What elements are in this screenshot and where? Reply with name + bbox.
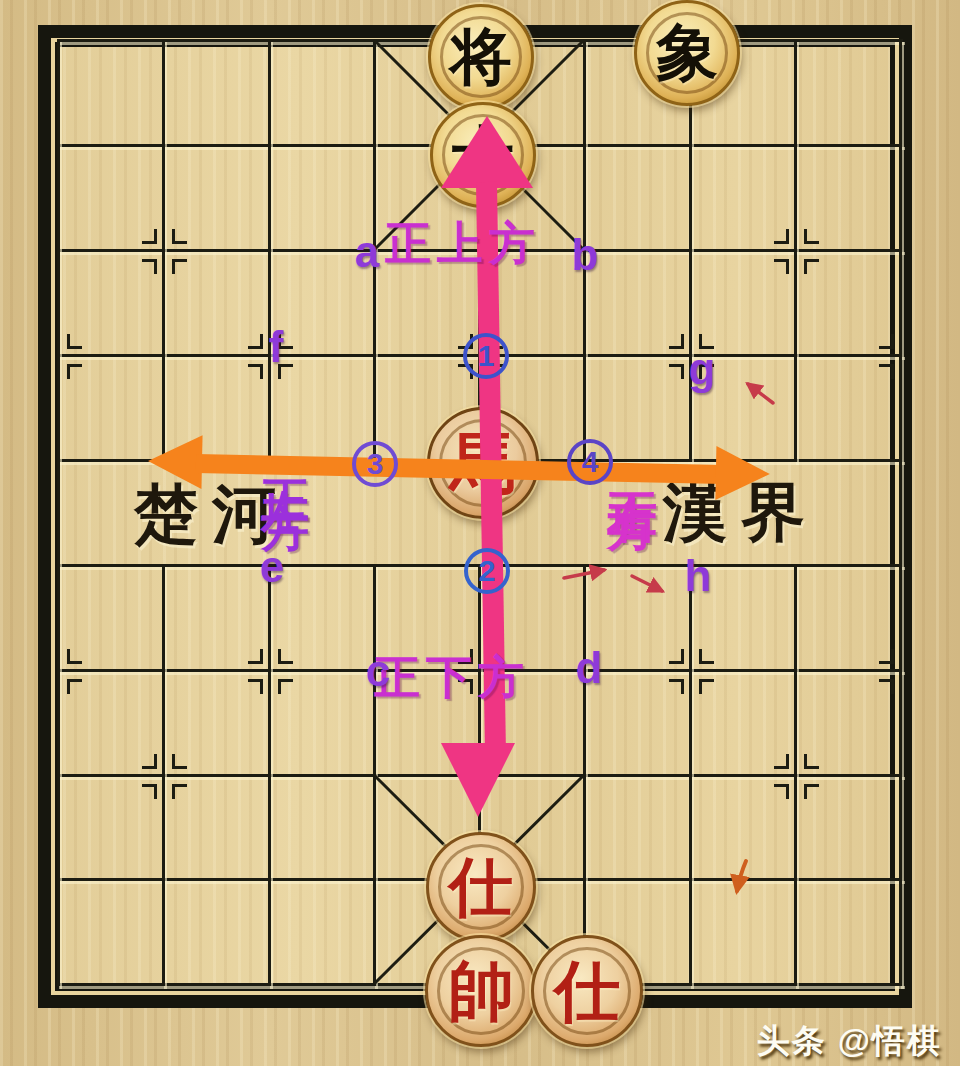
piece-char: 仕 (554, 958, 620, 1024)
star-point-mark (669, 649, 684, 664)
star-point-mark (774, 784, 789, 799)
star-point-mark (278, 679, 293, 694)
direction-label-up: 正上方 (385, 213, 541, 275)
star-point-mark (67, 679, 82, 694)
direction-label-down: 正下方 (374, 647, 530, 709)
step-digit: 4 (582, 445, 599, 479)
move-letter-d: d (576, 643, 603, 693)
horizontal-arrow-head-right (715, 446, 770, 501)
star-point-mark (142, 259, 157, 274)
piece-red-advisor-2: 仕 (531, 935, 643, 1047)
star-point-mark (172, 229, 187, 244)
star-point-mark (278, 649, 293, 664)
piece-black-elephant: 象 (634, 0, 740, 106)
star-point-mark (248, 679, 263, 694)
direction-label-left: 正左方 (254, 442, 318, 472)
step-digit: 2 (479, 554, 496, 588)
star-point-mark (248, 334, 263, 349)
grid-vline (162, 39, 165, 462)
star-point-mark (804, 784, 819, 799)
piece-char: 仕 (449, 855, 513, 919)
star-point-mark (804, 229, 819, 244)
grid-vline (373, 564, 376, 986)
star-point-mark (67, 364, 82, 379)
watermark: 头条 @悟棋 (757, 1019, 942, 1064)
star-point-mark (699, 649, 714, 664)
star-point-mark (248, 649, 263, 664)
star-point-mark (804, 754, 819, 769)
star-point-mark (699, 679, 714, 694)
star-point-mark (67, 649, 82, 664)
star-point-mark (774, 229, 789, 244)
piece-char: 帥 (448, 958, 514, 1024)
step-circle-4: 4 (567, 439, 613, 485)
star-point-mark (172, 259, 187, 274)
move-letter-a: a (355, 227, 379, 277)
vertical-arrow-head-up (441, 116, 533, 188)
grid-vline (57, 39, 60, 986)
star-point-mark (669, 334, 684, 349)
step-circle-2: 2 (464, 548, 510, 594)
piece-char: 象 (656, 22, 718, 84)
star-point-mark (172, 784, 187, 799)
grid-vline (268, 564, 271, 986)
star-point-mark (248, 364, 263, 379)
step-circle-3: 3 (352, 441, 398, 487)
star-point-mark (172, 754, 187, 769)
star-point-mark (669, 679, 684, 694)
step-digit: 1 (478, 339, 495, 373)
star-point-mark (879, 679, 894, 694)
step-circle-1: 1 (463, 333, 509, 379)
vertical-arrow-head-down (441, 743, 515, 817)
star-point-mark (142, 754, 157, 769)
grid-vline (794, 39, 797, 462)
piece-red-advisor-1: 仕 (426, 832, 536, 942)
star-point-mark (804, 259, 819, 274)
move-letter-c: c (366, 646, 390, 696)
star-point-mark (774, 259, 789, 274)
star-point-mark (879, 364, 894, 379)
piece-red-general: 帥 (425, 935, 537, 1047)
grid-vline (794, 564, 797, 986)
piece-black-general: 将 (428, 4, 534, 110)
star-point-mark (142, 229, 157, 244)
xiangqi-diagram: 楚河 漢界 将 象 士 馬 仕 帥 仕 正上方 正下方 正左方 正右方 1 2 … (0, 0, 960, 1066)
star-point-mark (142, 784, 157, 799)
star-point-mark (774, 754, 789, 769)
grid-vline (689, 564, 692, 986)
star-point-mark (879, 649, 894, 664)
move-letter-b: b (572, 230, 599, 280)
grid-vline (899, 39, 902, 986)
grid-vline (583, 564, 586, 986)
star-point-mark (879, 334, 894, 349)
horizontal-arrow-head-left (147, 434, 202, 489)
piece-char: 将 (450, 26, 512, 88)
move-letter-f: f (269, 322, 284, 372)
grid-vline (162, 564, 165, 986)
move-letter-g: g (689, 344, 716, 394)
grid-vline (268, 39, 271, 462)
step-digit: 3 (367, 447, 384, 481)
move-letter-e: e (260, 542, 284, 592)
star-point-mark (67, 334, 82, 349)
star-point-mark (669, 364, 684, 379)
move-letter-h: h (685, 551, 712, 601)
